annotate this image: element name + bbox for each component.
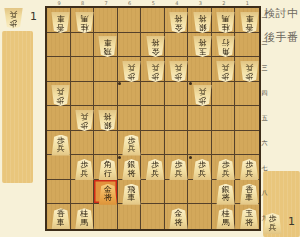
piece-kanji: 兵 [10, 10, 18, 19]
piece-kanji: 角 [222, 47, 230, 56]
piece-kanji: 兵 [151, 170, 159, 179]
piece-kanji: 行 [104, 170, 112, 179]
square-6四[interactable] [118, 82, 142, 107]
piece-kanji: 歩 [175, 71, 183, 80]
square-2六[interactable] [212, 131, 236, 156]
piece-kanji: 兵 [127, 63, 135, 72]
square-7四[interactable] [94, 82, 118, 107]
piece-kanji: 車 [127, 194, 135, 203]
piece-8七[interactable]: 歩兵 [75, 159, 94, 180]
piece-kanji: 歩 [222, 71, 230, 80]
piece-kanji: 車 [245, 14, 253, 23]
piece-kanji: 将 [104, 112, 112, 121]
status-analysis: 検討中 [264, 6, 300, 21]
piece-4九[interactable]: 金将 [169, 208, 188, 229]
piece-kanji: 将 [198, 38, 206, 47]
square-6九[interactable] [118, 204, 142, 229]
square-4八[interactable] [165, 180, 189, 205]
square-6五[interactable] [118, 106, 142, 131]
square-5六[interactable] [141, 131, 165, 156]
piece-6六[interactable]: 歩兵 [122, 135, 141, 156]
square-2四[interactable] [212, 82, 236, 107]
piece-kanji: 歩 [127, 71, 135, 80]
square-5四[interactable] [141, 82, 165, 107]
square-5五[interactable] [141, 106, 165, 131]
square-3八[interactable] [188, 180, 212, 205]
rank-label-四: 四 [261, 81, 268, 106]
piece-kanji: 金 [175, 22, 183, 31]
piece-kanji: 兵 [80, 170, 88, 179]
piece-kanji: 香 [57, 22, 65, 31]
rank-label-一: 一 [261, 6, 268, 31]
piece-kanji: 金 [151, 47, 159, 56]
piece-6三[interactable]: 歩兵 [122, 61, 141, 82]
piece-kanji: 将 [222, 194, 230, 203]
square-8四[interactable] [71, 82, 95, 107]
square-5八[interactable] [141, 180, 165, 205]
sente-hand-piece[interactable]: 歩兵 [263, 213, 282, 234]
piece-kanji: 飛 [104, 47, 112, 56]
rank-label-五: 五 [261, 106, 268, 131]
piece-4三[interactable]: 歩兵 [169, 61, 188, 82]
piece-kanji: 歩 [245, 71, 253, 80]
rank-label-八: 八 [261, 181, 268, 206]
square-5一[interactable] [141, 8, 165, 33]
piece-kanji: 桂 [80, 22, 88, 31]
square-3五[interactable] [188, 106, 212, 131]
piece-kanji: 将 [198, 14, 206, 23]
square-4四[interactable] [165, 82, 189, 107]
piece-kanji: 車 [104, 38, 112, 47]
piece-kanji: 馬 [222, 14, 230, 23]
piece-kanji: 兵 [151, 63, 159, 72]
square-1六[interactable] [235, 131, 259, 156]
piece-kanji: 歩 [80, 121, 88, 130]
shogi-board: 香車桂馬金将銀将桂馬香車飛車金将玉将角行歩兵歩兵歩兵歩兵歩兵歩兵歩兵歩兵銀将歩兵… [45, 6, 261, 231]
piece-6七[interactable]: 銀将 [122, 159, 141, 180]
piece-4七[interactable]: 歩兵 [169, 159, 188, 180]
piece-kanji: 将 [245, 219, 253, 228]
piece-kanji: 将 [151, 38, 159, 47]
piece-3七[interactable]: 歩兵 [193, 159, 212, 180]
piece-kanji: 将 [175, 14, 183, 23]
piece-kanji: 兵 [175, 170, 183, 179]
piece-kanji: 馬 [80, 219, 88, 228]
piece-kanji: 銀 [104, 121, 112, 130]
square-1二[interactable] [235, 33, 259, 58]
star-point-icon [189, 156, 192, 159]
gote-hand-count: 1 [30, 10, 37, 23]
square-9八[interactable] [47, 180, 71, 205]
square-4五[interactable] [165, 106, 189, 131]
piece-9九[interactable]: 香車 [51, 208, 70, 229]
piece-kanji: 馬 [80, 14, 88, 23]
piece-kanji: 歩 [198, 96, 206, 105]
piece-kanji: 馬 [222, 219, 230, 228]
square-4六[interactable] [165, 131, 189, 156]
piece-kanji: 香 [245, 22, 253, 31]
sente-hand-count: 1 [288, 215, 295, 228]
piece-kanji: 将 [104, 194, 112, 203]
rank-label-三: 三 [261, 56, 268, 81]
piece-2七[interactable]: 歩兵 [216, 159, 235, 180]
star-point-icon [189, 82, 192, 85]
piece-kanji: 桂 [222, 22, 230, 31]
piece-kanji: 兵 [127, 145, 135, 154]
piece-2八[interactable]: 銀将 [216, 184, 235, 205]
piece-kanji: 兵 [245, 63, 253, 72]
piece-6八[interactable]: 飛車 [122, 184, 141, 205]
square-6一[interactable] [118, 8, 142, 33]
piece-1七[interactable]: 歩兵 [240, 159, 259, 180]
square-8八[interactable] [71, 180, 95, 205]
piece-8九[interactable]: 桂馬 [75, 208, 94, 229]
square-2五[interactable] [212, 106, 236, 131]
square-9三[interactable] [47, 57, 71, 82]
piece-2九[interactable]: 桂馬 [216, 208, 235, 229]
piece-kanji: 兵 [80, 112, 88, 121]
piece-9六[interactable]: 歩兵 [51, 135, 70, 156]
square-7三[interactable] [94, 57, 118, 82]
piece-kanji: 将 [175, 219, 183, 228]
square-1四[interactable] [235, 82, 259, 107]
piece-kanji: 兵 [175, 63, 183, 72]
piece-kanji: 兵 [222, 170, 230, 179]
piece-kanji: 車 [57, 219, 65, 228]
square-1五[interactable] [235, 106, 259, 131]
piece-kanji: 車 [245, 194, 253, 203]
piece-7八[interactable]: 金将 [98, 184, 117, 205]
piece-kanji: 銀 [198, 22, 206, 31]
rank-label-六: 六 [261, 131, 268, 156]
piece-kanji: 行 [222, 38, 230, 47]
square-6二[interactable] [118, 33, 142, 58]
piece-kanji: 歩 [10, 19, 18, 28]
piece-5七[interactable]: 歩兵 [146, 159, 165, 180]
piece-kanji: 兵 [198, 87, 206, 96]
square-7一[interactable] [94, 8, 118, 33]
square-8六[interactable] [71, 131, 95, 156]
piece-kanji: 歩 [151, 71, 159, 80]
square-9二[interactable] [47, 33, 71, 58]
piece-kanji: 兵 [57, 87, 65, 96]
square-9五[interactable] [47, 106, 71, 131]
piece-kanji: 車 [57, 14, 65, 23]
square-3三[interactable] [188, 57, 212, 82]
shogi-app: 検討中 後手番 987654321 一二三四五六七八九 香車桂馬金将銀将桂馬香車… [0, 0, 300, 237]
piece-kanji: 将 [127, 170, 135, 179]
square-9七[interactable] [47, 155, 71, 180]
piece-7七[interactable]: 角行 [98, 159, 117, 180]
square-7九[interactable] [94, 204, 118, 229]
piece-kanji: 兵 [245, 170, 253, 179]
piece-kanji: 歩 [57, 96, 65, 105]
square-4二[interactable] [165, 33, 189, 58]
square-8二[interactable] [71, 33, 95, 58]
square-5九[interactable] [141, 204, 165, 229]
square-8三[interactable] [71, 57, 95, 82]
square-3九[interactable] [188, 204, 212, 229]
piece-1九[interactable]: 玉将 [240, 208, 259, 229]
piece-kanji: 兵 [57, 145, 65, 154]
rank-label-二: 二 [261, 31, 268, 56]
square-3六[interactable] [188, 131, 212, 156]
gote-hand-panel [2, 31, 33, 183]
piece-kanji: 玉 [198, 47, 206, 56]
piece-4一[interactable]: 金将 [169, 12, 188, 33]
rank-label-七: 七 [261, 156, 268, 181]
piece-1八[interactable]: 香車 [240, 184, 259, 205]
square-7六[interactable] [94, 131, 118, 156]
piece-kanji: 兵 [198, 170, 206, 179]
turn-indicator: 後手番 [264, 30, 300, 45]
piece-kanji: 兵 [269, 224, 277, 233]
gote-hand-piece[interactable]: 歩兵 [4, 8, 23, 29]
star-point-icon [118, 156, 121, 159]
piece-kanji: 兵 [222, 63, 230, 72]
